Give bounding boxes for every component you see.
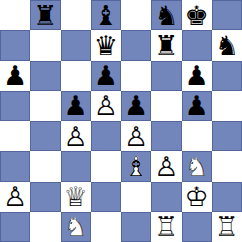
square-b7[interactable] — [30, 30, 60, 60]
piece-black-bishop: ♝ — [91, 0, 121, 30]
piece-glyph: ♚ — [182, 0, 212, 30]
square-c1[interactable]: ♞♘ — [61, 212, 91, 242]
square-g1[interactable] — [182, 212, 212, 242]
square-c4[interactable]: ♟♙ — [61, 121, 91, 151]
piece-white-pawn: ♟♙ — [61, 121, 91, 151]
piece-black-rook: ♜ — [30, 0, 60, 30]
piece-glyph: ♝ — [91, 0, 121, 30]
square-g8[interactable]: ♚ — [182, 0, 212, 30]
square-b1[interactable] — [30, 212, 60, 242]
square-a3[interactable] — [0, 151, 30, 181]
square-h2[interactable] — [212, 182, 242, 212]
piece-glyph: ♞ — [151, 0, 181, 30]
square-b8[interactable]: ♜ — [30, 0, 60, 30]
piece-glyph: ♟ — [91, 61, 121, 91]
piece-glyph: ♟ — [0, 61, 30, 91]
square-d1[interactable] — [91, 212, 121, 242]
square-f7[interactable]: ♜ — [151, 30, 181, 60]
square-b4[interactable] — [30, 121, 60, 151]
piece-black-pawn: ♟ — [0, 61, 30, 91]
square-b5[interactable] — [30, 91, 60, 121]
square-a8[interactable] — [0, 0, 30, 30]
piece-glyph: ♜ — [151, 30, 181, 60]
piece-black-queen: ♛ — [91, 30, 121, 60]
piece-glyph: ♙ — [61, 121, 91, 151]
square-g6[interactable]: ♟ — [182, 61, 212, 91]
square-d6[interactable]: ♟ — [91, 61, 121, 91]
piece-white-queen: ♛♕ — [61, 182, 91, 212]
square-g2[interactable]: ♚♔ — [182, 182, 212, 212]
piece-white-rook: ♜♖ — [212, 212, 242, 242]
piece-glyph: ♔ — [182, 182, 212, 212]
square-c2[interactable]: ♛♕ — [61, 182, 91, 212]
square-f6[interactable] — [151, 61, 181, 91]
square-d5[interactable]: ♟♙ — [91, 91, 121, 121]
square-b3[interactable] — [30, 151, 60, 181]
piece-white-knight: ♞♘ — [61, 212, 91, 242]
square-e3[interactable]: ♝♗ — [121, 151, 151, 181]
piece-black-pawn: ♟ — [121, 91, 151, 121]
piece-glyph: ♗ — [121, 151, 151, 181]
piece-white-bishop: ♝♗ — [121, 151, 151, 181]
piece-black-rook: ♜ — [151, 30, 181, 60]
square-f3[interactable]: ♟♙ — [151, 151, 181, 181]
square-h6[interactable] — [212, 61, 242, 91]
square-g5[interactable]: ♟ — [182, 91, 212, 121]
piece-glyph: ♟ — [182, 61, 212, 91]
piece-glyph: ♞ — [212, 30, 242, 60]
piece-glyph: ♛ — [91, 30, 121, 60]
square-e1[interactable] — [121, 212, 151, 242]
square-c5[interactable]: ♟ — [61, 91, 91, 121]
piece-black-pawn: ♟ — [61, 91, 91, 121]
square-a5[interactable] — [0, 91, 30, 121]
piece-black-pawn: ♟ — [91, 61, 121, 91]
square-e8[interactable] — [121, 0, 151, 30]
square-d8[interactable]: ♝ — [91, 0, 121, 30]
piece-white-knight: ♞♘ — [182, 151, 212, 181]
square-h3[interactable] — [212, 151, 242, 181]
piece-glyph: ♙ — [121, 121, 151, 151]
square-f2[interactable] — [151, 182, 181, 212]
piece-glyph: ♙ — [151, 151, 181, 181]
square-f1[interactable]: ♜♖ — [151, 212, 181, 242]
square-a6[interactable]: ♟ — [0, 61, 30, 91]
square-g3[interactable]: ♞♘ — [182, 151, 212, 181]
square-c8[interactable] — [61, 0, 91, 30]
square-d7[interactable]: ♛ — [91, 30, 121, 60]
square-g7[interactable] — [182, 30, 212, 60]
square-a4[interactable] — [0, 121, 30, 151]
piece-white-pawn: ♟♙ — [151, 151, 181, 181]
square-h7[interactable]: ♞ — [212, 30, 242, 60]
square-f4[interactable] — [151, 121, 181, 151]
piece-glyph: ♕ — [61, 182, 91, 212]
piece-glyph: ♜ — [30, 0, 60, 30]
square-h8[interactable] — [212, 0, 242, 30]
square-d2[interactable] — [91, 182, 121, 212]
square-d3[interactable] — [91, 151, 121, 181]
square-e2[interactable] — [121, 182, 151, 212]
piece-glyph: ♖ — [212, 212, 242, 242]
square-a2[interactable]: ♟♙ — [0, 182, 30, 212]
piece-white-pawn: ♟♙ — [91, 91, 121, 121]
piece-black-pawn: ♟ — [182, 61, 212, 91]
square-e6[interactable] — [121, 61, 151, 91]
chess-board: ♜♝♞♚♛♜♞♟♟♟♟♟♙♟♟♟♙♟♙♝♗♟♙♞♘♟♙♛♕♚♔♞♘♜♖♜♖ — [0, 0, 242, 242]
piece-glyph: ♘ — [182, 151, 212, 181]
square-c6[interactable] — [61, 61, 91, 91]
square-h1[interactable]: ♜♖ — [212, 212, 242, 242]
piece-glyph: ♘ — [61, 212, 91, 242]
piece-black-knight: ♞ — [151, 0, 181, 30]
piece-glyph: ♙ — [91, 91, 121, 121]
square-f5[interactable] — [151, 91, 181, 121]
piece-glyph: ♟ — [121, 91, 151, 121]
square-h5[interactable] — [212, 91, 242, 121]
square-c3[interactable] — [61, 151, 91, 181]
square-g4[interactable] — [182, 121, 212, 151]
square-b6[interactable] — [30, 61, 60, 91]
square-f8[interactable]: ♞ — [151, 0, 181, 30]
piece-glyph: ♖ — [151, 212, 181, 242]
piece-glyph: ♟ — [182, 91, 212, 121]
piece-glyph: ♙ — [0, 182, 30, 212]
square-c7[interactable] — [61, 30, 91, 60]
piece-glyph: ♟ — [61, 91, 91, 121]
piece-black-knight: ♞ — [212, 30, 242, 60]
piece-white-pawn: ♟♙ — [121, 121, 151, 151]
square-d4[interactable] — [91, 121, 121, 151]
square-e7[interactable] — [121, 30, 151, 60]
piece-black-king: ♚ — [182, 0, 212, 30]
square-a7[interactable] — [0, 30, 30, 60]
square-e4[interactable]: ♟♙ — [121, 121, 151, 151]
piece-black-pawn: ♟ — [182, 91, 212, 121]
piece-white-king: ♚♔ — [182, 182, 212, 212]
piece-white-rook: ♜♖ — [151, 212, 181, 242]
piece-white-pawn: ♟♙ — [0, 182, 30, 212]
square-h4[interactable] — [212, 121, 242, 151]
square-e5[interactable]: ♟ — [121, 91, 151, 121]
square-b2[interactable] — [30, 182, 60, 212]
square-a1[interactable] — [0, 212, 30, 242]
